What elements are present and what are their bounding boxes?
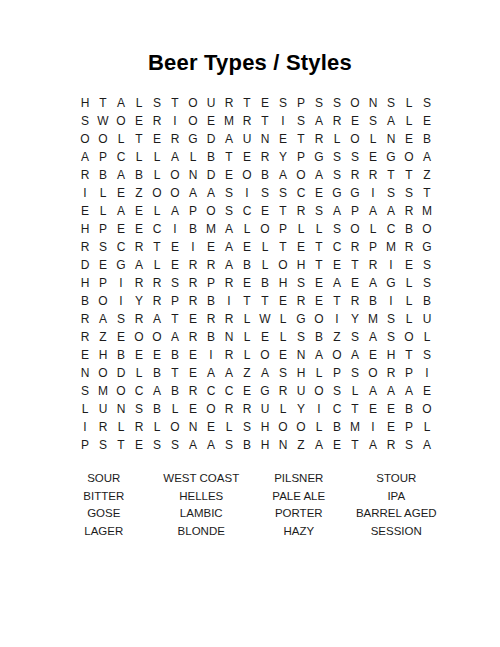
grid-cell[interactable]: T	[166, 310, 184, 328]
grid-cell[interactable]: N	[112, 400, 130, 418]
grid-cell[interactable]: T	[310, 256, 328, 274]
grid-cell[interactable]: C	[112, 148, 130, 166]
grid-cell[interactable]: Y	[292, 400, 310, 418]
grid-cell[interactable]: A	[364, 382, 382, 400]
grid-cell[interactable]: C	[328, 400, 346, 418]
grid-cell[interactable]: A	[382, 202, 400, 220]
grid-cell[interactable]: B	[310, 328, 328, 346]
grid-cell[interactable]: D	[76, 256, 94, 274]
grid-cell[interactable]: U	[418, 310, 436, 328]
grid-cell[interactable]: R	[382, 364, 400, 382]
grid-cell[interactable]: N	[274, 436, 292, 454]
grid-cell[interactable]: S	[310, 202, 328, 220]
grid-cell[interactable]: E	[130, 220, 148, 238]
grid-cell[interactable]: H	[76, 94, 94, 112]
grid-cell[interactable]: S	[346, 148, 364, 166]
grid-cell[interactable]: A	[76, 148, 94, 166]
grid-cell[interactable]: S	[274, 184, 292, 202]
grid-cell[interactable]: R	[130, 238, 148, 256]
grid-cell[interactable]: G	[382, 274, 400, 292]
grid-cell[interactable]: Z	[238, 364, 256, 382]
grid-cell[interactable]: T	[346, 436, 364, 454]
grid-cell[interactable]: P	[94, 274, 112, 292]
grid-cell[interactable]: R	[184, 382, 202, 400]
grid-cell[interactable]: E	[328, 256, 346, 274]
grid-cell[interactable]: T	[292, 130, 310, 148]
grid-cell[interactable]: L	[166, 400, 184, 418]
grid-cell[interactable]: O	[274, 256, 292, 274]
grid-cell[interactable]: S	[166, 436, 184, 454]
grid-cell[interactable]: O	[256, 346, 274, 364]
grid-cell[interactable]: R	[166, 130, 184, 148]
grid-cell[interactable]: A	[184, 436, 202, 454]
grid-cell[interactable]: C	[130, 382, 148, 400]
grid-cell[interactable]: B	[112, 346, 130, 364]
grid-cell[interactable]: S	[274, 364, 292, 382]
grid-cell[interactable]: A	[382, 382, 400, 400]
grid-cell[interactable]: O	[418, 400, 436, 418]
grid-cell[interactable]: S	[346, 328, 364, 346]
grid-cell[interactable]: L	[400, 292, 418, 310]
grid-cell[interactable]: T	[238, 292, 256, 310]
grid-cell[interactable]: C	[292, 184, 310, 202]
grid-cell[interactable]: M	[220, 112, 238, 130]
grid-cell[interactable]: L	[310, 364, 328, 382]
grid-cell[interactable]: D	[202, 130, 220, 148]
grid-cell[interactable]: H	[382, 346, 400, 364]
grid-cell[interactable]: S	[310, 94, 328, 112]
grid-cell[interactable]: A	[112, 202, 130, 220]
grid-cell[interactable]: E	[364, 400, 382, 418]
grid-cell[interactable]: C	[148, 220, 166, 238]
grid-cell[interactable]: A	[364, 436, 382, 454]
grid-cell[interactable]: S	[382, 310, 400, 328]
grid-cell[interactable]: E	[202, 238, 220, 256]
grid-cell[interactable]: E	[202, 112, 220, 130]
grid-cell[interactable]: S	[274, 94, 292, 112]
grid-cell[interactable]: H	[274, 274, 292, 292]
grid-cell[interactable]: A	[346, 346, 364, 364]
grid-cell[interactable]: R	[346, 292, 364, 310]
grid-cell[interactable]: N	[292, 346, 310, 364]
grid-cell[interactable]: M	[94, 382, 112, 400]
grid-cell[interactable]: O	[112, 112, 130, 130]
grid-cell[interactable]: R	[328, 112, 346, 130]
grid-cell[interactable]: E	[184, 364, 202, 382]
grid-cell[interactable]: A	[220, 238, 238, 256]
grid-cell[interactable]: T	[148, 238, 166, 256]
grid-cell[interactable]: L	[328, 130, 346, 148]
grid-cell[interactable]: R	[76, 166, 94, 184]
grid-cell[interactable]: I	[112, 292, 130, 310]
grid-cell[interactable]: Z	[94, 328, 112, 346]
grid-cell[interactable]: A	[418, 436, 436, 454]
grid-cell[interactable]: E	[112, 184, 130, 202]
grid-cell[interactable]: L	[94, 202, 112, 220]
grid-cell[interactable]: A	[220, 364, 238, 382]
grid-cell[interactable]: O	[148, 184, 166, 202]
grid-cell[interactable]: E	[256, 94, 274, 112]
grid-cell[interactable]: T	[112, 436, 130, 454]
grid-cell[interactable]: S	[328, 94, 346, 112]
grid-cell[interactable]: A	[94, 310, 112, 328]
grid-cell[interactable]: S	[94, 238, 112, 256]
grid-cell[interactable]: I	[328, 310, 346, 328]
grid-cell[interactable]: U	[256, 400, 274, 418]
grid-cell[interactable]: L	[130, 94, 148, 112]
grid-cell[interactable]: U	[238, 130, 256, 148]
grid-cell[interactable]: A	[310, 166, 328, 184]
grid-cell[interactable]: H	[256, 418, 274, 436]
grid-cell[interactable]: P	[292, 94, 310, 112]
grid-cell[interactable]: B	[418, 292, 436, 310]
grid-cell[interactable]: L	[220, 418, 238, 436]
grid-cell[interactable]: E	[238, 274, 256, 292]
grid-cell[interactable]: E	[76, 346, 94, 364]
grid-cell[interactable]: B	[328, 418, 346, 436]
grid-cell[interactable]: G	[256, 382, 274, 400]
grid-cell[interactable]: I	[184, 238, 202, 256]
grid-cell[interactable]: S	[220, 184, 238, 202]
grid-cell[interactable]: E	[184, 400, 202, 418]
grid-cell[interactable]: R	[400, 238, 418, 256]
grid-cell[interactable]: R	[148, 112, 166, 130]
grid-cell[interactable]: R	[364, 256, 382, 274]
grid-cell[interactable]: C	[382, 220, 400, 238]
grid-cell[interactable]: N	[382, 130, 400, 148]
grid-cell[interactable]: L	[148, 256, 166, 274]
grid-cell[interactable]: O	[184, 112, 202, 130]
grid-cell[interactable]: N	[76, 364, 94, 382]
grid-cell[interactable]: M	[382, 238, 400, 256]
grid-cell[interactable]: G	[328, 184, 346, 202]
grid-cell[interactable]: A	[364, 274, 382, 292]
grid-cell[interactable]: L	[400, 310, 418, 328]
grid-cell[interactable]: E	[148, 346, 166, 364]
grid-cell[interactable]: R	[130, 418, 148, 436]
grid-cell[interactable]: E	[418, 112, 436, 130]
grid-cell[interactable]: A	[184, 184, 202, 202]
grid-cell[interactable]: G	[346, 184, 364, 202]
grid-cell[interactable]: E	[166, 238, 184, 256]
grid-cell[interactable]: S	[328, 148, 346, 166]
grid-cell[interactable]: L	[112, 130, 130, 148]
grid-cell[interactable]: S	[112, 310, 130, 328]
grid-cell[interactable]: R	[184, 292, 202, 310]
grid-cell[interactable]: C	[112, 238, 130, 256]
grid-cell[interactable]: A	[256, 364, 274, 382]
grid-cell[interactable]: R	[76, 310, 94, 328]
grid-cell[interactable]: L	[130, 364, 148, 382]
grid-cell[interactable]: U	[202, 94, 220, 112]
grid-cell[interactable]: B	[256, 274, 274, 292]
grid-cell[interactable]: E	[130, 112, 148, 130]
grid-cell[interactable]: W	[94, 112, 112, 130]
grid-cell[interactable]: R	[310, 130, 328, 148]
grid-cell[interactable]: T	[94, 94, 112, 112]
grid-cell[interactable]: E	[310, 184, 328, 202]
grid-cell[interactable]: L	[148, 202, 166, 220]
grid-cell[interactable]: S	[364, 112, 382, 130]
grid-cell[interactable]: L	[418, 418, 436, 436]
grid-cell[interactable]: E	[130, 202, 148, 220]
grid-cell[interactable]: A	[112, 94, 130, 112]
grid-cell[interactable]: A	[400, 382, 418, 400]
grid-cell[interactable]: S	[148, 94, 166, 112]
grid-cell[interactable]: H	[292, 364, 310, 382]
grid-cell[interactable]: E	[112, 220, 130, 238]
grid-cell[interactable]: T	[256, 292, 274, 310]
grid-cell[interactable]: R	[220, 400, 238, 418]
grid-cell[interactable]: I	[274, 112, 292, 130]
grid-cell[interactable]: O	[166, 166, 184, 184]
grid-cell[interactable]: P	[184, 202, 202, 220]
grid-cell[interactable]: E	[274, 292, 292, 310]
grid-cell[interactable]: G	[184, 130, 202, 148]
grid-cell[interactable]: H	[256, 436, 274, 454]
grid-cell[interactable]: A	[220, 256, 238, 274]
grid-cell[interactable]: L	[418, 328, 436, 346]
grid-cell[interactable]: O	[94, 292, 112, 310]
grid-cell[interactable]: S	[382, 184, 400, 202]
grid-cell[interactable]: I	[220, 292, 238, 310]
grid-cell[interactable]: S	[220, 436, 238, 454]
grid-cell[interactable]: R	[130, 274, 148, 292]
grid-cell[interactable]: O	[292, 418, 310, 436]
grid-cell[interactable]: C	[202, 382, 220, 400]
grid-cell[interactable]: S	[418, 256, 436, 274]
grid-cell[interactable]: E	[364, 148, 382, 166]
grid-cell[interactable]: C	[328, 238, 346, 256]
grid-cell[interactable]: Z	[130, 184, 148, 202]
grid-cell[interactable]: O	[94, 364, 112, 382]
grid-cell[interactable]: T	[346, 400, 364, 418]
grid-cell[interactable]: S	[328, 382, 346, 400]
grid-cell[interactable]: L	[310, 418, 328, 436]
grid-cell[interactable]: L	[292, 220, 310, 238]
grid-cell[interactable]: Y	[130, 292, 148, 310]
grid-cell[interactable]: L	[148, 418, 166, 436]
grid-cell[interactable]: T	[400, 346, 418, 364]
grid-cell[interactable]: E	[274, 130, 292, 148]
grid-cell[interactable]: L	[256, 238, 274, 256]
grid-cell[interactable]: S	[292, 274, 310, 292]
grid-cell[interactable]: M	[202, 220, 220, 238]
grid-cell[interactable]: T	[310, 238, 328, 256]
grid-cell[interactable]: L	[274, 310, 292, 328]
grid-cell[interactable]: E	[166, 256, 184, 274]
grid-cell[interactable]: E	[364, 346, 382, 364]
grid-cell[interactable]: R	[238, 400, 256, 418]
grid-cell[interactable]: B	[202, 148, 220, 166]
grid-cell[interactable]: B	[148, 364, 166, 382]
grid-cell[interactable]: I	[166, 112, 184, 130]
grid-cell[interactable]: E	[130, 436, 148, 454]
grid-cell[interactable]: P	[400, 418, 418, 436]
grid-cell[interactable]: T	[346, 256, 364, 274]
grid-cell[interactable]: S	[400, 184, 418, 202]
grid-cell[interactable]: R	[220, 94, 238, 112]
grid-cell[interactable]: H	[76, 274, 94, 292]
grid-cell[interactable]: G	[310, 148, 328, 166]
grid-cell[interactable]: B	[400, 400, 418, 418]
grid-cell[interactable]: R	[220, 310, 238, 328]
grid-cell[interactable]: L	[364, 130, 382, 148]
grid-cell[interactable]: E	[94, 256, 112, 274]
grid-cell[interactable]: E	[76, 202, 94, 220]
grid-cell[interactable]: R	[76, 328, 94, 346]
grid-cell[interactable]: L	[184, 148, 202, 166]
grid-cell[interactable]: O	[364, 364, 382, 382]
grid-cell[interactable]: N	[256, 130, 274, 148]
grid-cell[interactable]: E	[184, 346, 202, 364]
grid-cell[interactable]: L	[274, 400, 292, 418]
grid-cell[interactable]: O	[148, 328, 166, 346]
grid-cell[interactable]: A	[418, 148, 436, 166]
grid-cell[interactable]: S	[418, 346, 436, 364]
grid-cell[interactable]: S	[76, 382, 94, 400]
grid-cell[interactable]: E	[292, 238, 310, 256]
grid-cell[interactable]: L	[400, 94, 418, 112]
grid-cell[interactable]: E	[382, 400, 400, 418]
grid-cell[interactable]: R	[148, 274, 166, 292]
grid-cell[interactable]: T	[400, 166, 418, 184]
grid-cell[interactable]: A	[112, 166, 130, 184]
grid-cell[interactable]: E	[256, 202, 274, 220]
grid-cell[interactable]: L	[238, 310, 256, 328]
grid-cell[interactable]: T	[382, 166, 400, 184]
grid-cell[interactable]: R	[202, 256, 220, 274]
grid-cell[interactable]: O	[76, 130, 94, 148]
grid-cell[interactable]: L	[400, 274, 418, 292]
grid-cell[interactable]: A	[310, 346, 328, 364]
grid-cell[interactable]: L	[256, 256, 274, 274]
grid-cell[interactable]: B	[148, 400, 166, 418]
grid-cell[interactable]: E	[400, 256, 418, 274]
grid-cell[interactable]: G	[418, 238, 436, 256]
grid-cell[interactable]: A	[148, 310, 166, 328]
grid-cell[interactable]: M	[418, 202, 436, 220]
grid-cell[interactable]: P	[166, 292, 184, 310]
grid-cell[interactable]: E	[274, 346, 292, 364]
grid-cell[interactable]: R	[346, 166, 364, 184]
grid-cell[interactable]: B	[130, 166, 148, 184]
grid-cell[interactable]: A	[220, 220, 238, 238]
grid-cell[interactable]: R	[220, 274, 238, 292]
grid-cell[interactable]: O	[328, 346, 346, 364]
grid-cell[interactable]: R	[220, 346, 238, 364]
grid-cell[interactable]: S	[418, 274, 436, 292]
grid-cell[interactable]: I	[382, 256, 400, 274]
grid-cell[interactable]: E	[418, 382, 436, 400]
grid-cell[interactable]: R	[364, 166, 382, 184]
grid-cell[interactable]: S	[346, 364, 364, 382]
grid-cell[interactable]: R	[292, 202, 310, 220]
grid-cell[interactable]: Z	[328, 328, 346, 346]
grid-cell[interactable]: S	[94, 436, 112, 454]
grid-cell[interactable]: U	[292, 382, 310, 400]
grid-cell[interactable]: I	[76, 184, 94, 202]
grid-cell[interactable]: O	[310, 310, 328, 328]
grid-cell[interactable]: S	[166, 274, 184, 292]
grid-cell[interactable]: S	[382, 94, 400, 112]
grid-cell[interactable]: A	[166, 202, 184, 220]
grid-cell[interactable]: O	[202, 202, 220, 220]
grid-cell[interactable]: N	[220, 328, 238, 346]
grid-cell[interactable]: B	[238, 256, 256, 274]
grid-cell[interactable]: A	[328, 274, 346, 292]
grid-cell[interactable]: A	[130, 256, 148, 274]
grid-cell[interactable]: I	[364, 418, 382, 436]
grid-cell[interactable]: E	[238, 238, 256, 256]
grid-cell[interactable]: A	[364, 202, 382, 220]
grid-cell[interactable]: P	[76, 436, 94, 454]
grid-cell[interactable]: B	[202, 292, 220, 310]
grid-cell[interactable]: G	[292, 310, 310, 328]
grid-cell[interactable]: E	[346, 274, 364, 292]
grid-cell[interactable]: O	[184, 94, 202, 112]
grid-cell[interactable]: S	[130, 400, 148, 418]
grid-cell[interactable]: D	[202, 166, 220, 184]
grid-cell[interactable]: P	[94, 148, 112, 166]
grid-cell[interactable]: H	[292, 256, 310, 274]
grid-cell[interactable]: S	[328, 220, 346, 238]
grid-cell[interactable]: P	[292, 148, 310, 166]
grid-cell[interactable]: R	[130, 310, 148, 328]
grid-cell[interactable]: I	[112, 274, 130, 292]
grid-cell[interactable]: G	[112, 256, 130, 274]
grid-cell[interactable]: I	[202, 346, 220, 364]
grid-cell[interactable]: S	[220, 202, 238, 220]
grid-cell[interactable]: B	[400, 220, 418, 238]
grid-cell[interactable]: A	[382, 112, 400, 130]
grid-cell[interactable]: T	[418, 184, 436, 202]
grid-cell[interactable]: E	[238, 382, 256, 400]
grid-cell[interactable]: Z	[292, 436, 310, 454]
grid-cell[interactable]: D	[112, 364, 130, 382]
grid-cell[interactable]: L	[94, 184, 112, 202]
grid-cell[interactable]: R	[184, 274, 202, 292]
grid-cell[interactable]: O	[418, 220, 436, 238]
grid-cell[interactable]: E	[400, 130, 418, 148]
grid-cell[interactable]: T	[166, 364, 184, 382]
grid-cell[interactable]: Y	[274, 148, 292, 166]
grid-cell[interactable]: I	[238, 184, 256, 202]
grid-cell[interactable]: S	[292, 112, 310, 130]
grid-cell[interactable]: E	[130, 346, 148, 364]
grid-cell[interactable]: E	[310, 274, 328, 292]
grid-cell[interactable]: L	[148, 148, 166, 166]
grid-cell[interactable]: E	[256, 328, 274, 346]
grid-cell[interactable]: A	[310, 436, 328, 454]
grid-cell[interactable]: S	[238, 418, 256, 436]
grid-cell[interactable]: B	[76, 292, 94, 310]
grid-cell[interactable]: A	[274, 166, 292, 184]
grid-cell[interactable]: P	[400, 364, 418, 382]
grid-cell[interactable]: E	[184, 310, 202, 328]
grid-cell[interactable]: C	[238, 202, 256, 220]
grid-cell[interactable]: L	[274, 328, 292, 346]
grid-cell[interactable]: A	[202, 364, 220, 382]
grid-cell[interactable]: O	[256, 220, 274, 238]
grid-cell[interactable]: B	[202, 328, 220, 346]
grid-cell[interactable]: T	[274, 238, 292, 256]
grid-cell[interactable]: E	[112, 328, 130, 346]
grid-cell[interactable]: I	[76, 418, 94, 436]
grid-cell[interactable]: A	[148, 382, 166, 400]
grid-cell[interactable]: L	[400, 112, 418, 130]
grid-cell[interactable]: L	[310, 220, 328, 238]
